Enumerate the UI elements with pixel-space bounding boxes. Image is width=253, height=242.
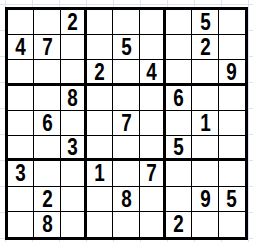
cell-r6c2[interactable] — [34, 136, 60, 161]
cell-r9c9[interactable] — [219, 212, 245, 237]
cell-r5c8[interactable]: 1 — [192, 111, 218, 136]
cell-r6c4[interactable] — [87, 136, 113, 161]
cell-r9c4[interactable] — [87, 212, 113, 237]
given-digit: 7 — [121, 111, 131, 135]
cell-r6c5[interactable] — [113, 136, 139, 161]
given-digit: 2 — [94, 60, 104, 83]
given-digit: 2 — [42, 187, 52, 211]
given-digit: 4 — [146, 60, 156, 83]
cell-r1c7[interactable] — [166, 10, 192, 35]
given-digit: 9 — [200, 187, 210, 211]
cell-r9c8[interactable] — [192, 212, 218, 237]
cell-r2c6[interactable] — [140, 35, 166, 60]
cell-r7c9[interactable] — [219, 161, 245, 186]
cell-r3c2[interactable] — [34, 60, 60, 85]
given-digit: 8 — [67, 86, 77, 110]
cell-r3c4[interactable]: 2 — [87, 60, 113, 85]
given-digit: 3 — [15, 161, 25, 185]
cell-r6c9[interactable] — [219, 136, 245, 161]
given-digit: 5 — [200, 10, 210, 34]
cell-r5c5[interactable]: 7 — [113, 111, 139, 136]
cell-r4c6[interactable] — [140, 86, 166, 111]
cell-r2c7[interactable] — [166, 35, 192, 60]
cell-r8c4[interactable] — [87, 187, 113, 212]
cell-r3c5[interactable] — [113, 60, 139, 85]
cell-r7c6[interactable]: 7 — [140, 161, 166, 186]
given-digit: 6 — [42, 111, 52, 135]
cell-r9c2[interactable]: 8 — [34, 212, 60, 237]
cell-r2c2[interactable]: 7 — [34, 35, 60, 60]
cell-r8c5[interactable]: 8 — [113, 187, 139, 212]
cell-r5c4[interactable] — [87, 111, 113, 136]
cell-r8c3[interactable] — [61, 187, 87, 212]
cell-r5c6[interactable] — [140, 111, 166, 136]
cell-r9c1[interactable] — [8, 212, 34, 237]
cell-r5c7[interactable] — [166, 111, 192, 136]
cell-r6c1[interactable] — [8, 136, 34, 161]
cell-r7c3[interactable] — [61, 161, 87, 186]
cell-r4c5[interactable] — [113, 86, 139, 111]
given-digit: 7 — [146, 161, 156, 185]
given-digit: 5 — [173, 136, 183, 159]
cell-r1c5[interactable] — [113, 10, 139, 35]
cell-r2c3[interactable] — [61, 35, 87, 60]
cell-r7c2[interactable] — [34, 161, 60, 186]
given-digit: 5 — [227, 187, 237, 211]
given-digit: 9 — [227, 60, 237, 83]
given-digit: 5 — [121, 35, 131, 59]
given-digit: 4 — [15, 35, 25, 59]
cell-r9c6[interactable] — [140, 212, 166, 237]
cell-r7c5[interactable] — [113, 161, 139, 186]
cell-r1c2[interactable] — [34, 10, 60, 35]
cell-r4c4[interactable] — [87, 86, 113, 111]
cell-r5c9[interactable] — [219, 111, 245, 136]
given-digit: 3 — [67, 136, 77, 159]
cell-r4c9[interactable] — [219, 86, 245, 111]
given-digit: 2 — [200, 35, 210, 59]
cell-r1c1[interactable] — [8, 10, 34, 35]
cell-r8c7[interactable] — [166, 187, 192, 212]
cell-r5c3[interactable] — [61, 111, 87, 136]
sudoku-board: 2547522498667135317289582 — [5, 7, 248, 240]
given-digit: 2 — [67, 10, 77, 34]
cell-r9c5[interactable] — [113, 212, 139, 237]
cell-r2c5[interactable]: 5 — [113, 35, 139, 60]
cell-r3c6[interactable]: 4 — [140, 60, 166, 85]
cell-r1c3[interactable]: 2 — [61, 10, 87, 35]
cell-r2c8[interactable]: 2 — [192, 35, 218, 60]
cell-r7c8[interactable] — [192, 161, 218, 186]
cell-r6c7[interactable]: 5 — [166, 136, 192, 161]
cell-r3c8[interactable] — [192, 60, 218, 85]
spreadsheet-background: 2547522498667135317289582 — [0, 0, 253, 242]
given-digit: 6 — [173, 86, 183, 110]
cell-r2c9[interactable] — [219, 35, 245, 60]
cell-r7c1[interactable]: 3 — [8, 161, 34, 186]
given-digit: 8 — [42, 212, 52, 236]
cell-r1c8[interactable]: 5 — [192, 10, 218, 35]
given-digit: 2 — [173, 212, 183, 236]
cell-r4c8[interactable] — [192, 86, 218, 111]
cell-r3c9[interactable]: 9 — [219, 60, 245, 85]
cell-r9c7[interactable]: 2 — [166, 212, 192, 237]
cell-r2c4[interactable] — [87, 35, 113, 60]
cell-r6c8[interactable] — [192, 136, 218, 161]
cell-r8c2[interactable]: 2 — [34, 187, 60, 212]
cell-r4c3[interactable]: 8 — [61, 86, 87, 111]
cell-r8c1[interactable] — [8, 187, 34, 212]
cell-r6c6[interactable] — [140, 136, 166, 161]
cell-r9c3[interactable] — [61, 212, 87, 237]
given-digit: 7 — [42, 35, 52, 59]
cell-r3c7[interactable] — [166, 60, 192, 85]
cell-r1c9[interactable] — [219, 10, 245, 35]
cell-r1c4[interactable] — [87, 10, 113, 35]
cell-r3c1[interactable] — [8, 60, 34, 85]
given-digit: 1 — [94, 161, 104, 185]
cell-r2c1[interactable]: 4 — [8, 35, 34, 60]
given-digit: 8 — [121, 187, 131, 211]
given-digit: 1 — [200, 111, 210, 135]
cell-r7c4[interactable]: 1 — [87, 161, 113, 186]
cell-r5c2[interactable]: 6 — [34, 111, 60, 136]
cell-r1c6[interactable] — [140, 10, 166, 35]
cell-r4c2[interactable] — [34, 86, 60, 111]
cell-r8c9[interactable]: 5 — [219, 187, 245, 212]
cell-r3c3[interactable] — [61, 60, 87, 85]
cell-r8c6[interactable] — [140, 187, 166, 212]
cell-r7c7[interactable] — [166, 161, 192, 186]
cell-r4c7[interactable]: 6 — [166, 86, 192, 111]
cell-r5c1[interactable] — [8, 111, 34, 136]
cell-r6c3[interactable]: 3 — [61, 136, 87, 161]
cell-r8c8[interactable]: 9 — [192, 187, 218, 212]
cell-r4c1[interactable] — [8, 86, 34, 111]
